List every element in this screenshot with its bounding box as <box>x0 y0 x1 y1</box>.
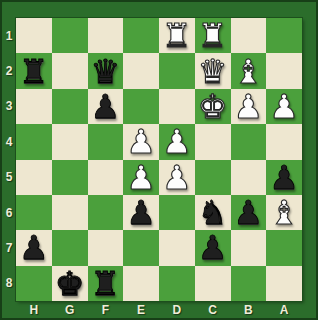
square-g2[interactable] <box>52 53 88 88</box>
square-d3[interactable] <box>159 89 195 124</box>
white-bishop[interactable]: ♝ <box>269 196 299 229</box>
square-d2[interactable] <box>159 53 195 88</box>
square-b6[interactable]: ♟ <box>231 195 267 230</box>
chess-board-frame: 12345678 ♜♜♜♛♛♝♟♚♟♟♟♟♟♟♟♟♞♟♝♟♟♚♜ HGFEDCB… <box>0 0 318 320</box>
square-g1[interactable] <box>52 18 88 53</box>
square-g8[interactable]: ♚ <box>52 266 88 301</box>
square-g5[interactable] <box>52 160 88 195</box>
square-e4[interactable]: ♟ <box>123 124 159 159</box>
black-king[interactable]: ♚ <box>55 267 85 300</box>
square-g3[interactable] <box>52 89 88 124</box>
black-pawn[interactable]: ♟ <box>234 196 264 229</box>
black-pawn[interactable]: ♟ <box>269 161 299 194</box>
black-pawn[interactable]: ♟ <box>126 196 156 229</box>
square-e5[interactable]: ♟ <box>123 160 159 195</box>
square-g7[interactable] <box>52 230 88 265</box>
rank-label-7: 7 <box>2 230 16 265</box>
rank-label-3: 3 <box>2 89 16 124</box>
white-rook[interactable]: ♜ <box>162 19 192 52</box>
square-a1[interactable] <box>266 18 302 53</box>
black-pawn[interactable]: ♟ <box>198 231 228 264</box>
rank-label-1: 1 <box>2 18 16 53</box>
square-e3[interactable] <box>123 89 159 124</box>
white-queen[interactable]: ♛ <box>198 55 228 88</box>
square-c7[interactable]: ♟ <box>195 230 231 265</box>
square-h7[interactable]: ♟ <box>16 230 52 265</box>
white-pawn[interactable]: ♟ <box>269 90 299 123</box>
square-b7[interactable] <box>231 230 267 265</box>
square-f6[interactable] <box>88 195 124 230</box>
square-f5[interactable] <box>88 160 124 195</box>
square-h6[interactable] <box>16 195 52 230</box>
white-rook[interactable]: ♜ <box>198 19 228 52</box>
square-h5[interactable] <box>16 160 52 195</box>
black-pawn[interactable]: ♟ <box>91 90 121 123</box>
file-label-h: H <box>16 301 52 319</box>
square-f7[interactable] <box>88 230 124 265</box>
file-label-d: D <box>159 301 195 319</box>
file-labels: HGFEDCBA <box>16 301 302 319</box>
rank-label-5: 5 <box>2 160 16 195</box>
square-h4[interactable] <box>16 124 52 159</box>
file-label-c: C <box>195 301 231 319</box>
black-rook[interactable]: ♜ <box>19 55 49 88</box>
square-a6[interactable]: ♝ <box>266 195 302 230</box>
square-b3[interactable]: ♟ <box>231 89 267 124</box>
square-c6[interactable]: ♞ <box>195 195 231 230</box>
square-c1[interactable]: ♜ <box>195 18 231 53</box>
square-e6[interactable]: ♟ <box>123 195 159 230</box>
square-g4[interactable] <box>52 124 88 159</box>
square-f8[interactable]: ♜ <box>88 266 124 301</box>
file-label-g: G <box>52 301 88 319</box>
square-c2[interactable]: ♛ <box>195 53 231 88</box>
square-h3[interactable] <box>16 89 52 124</box>
white-pawn[interactable]: ♟ <box>126 161 156 194</box>
square-a8[interactable] <box>266 266 302 301</box>
square-d1[interactable]: ♜ <box>159 18 195 53</box>
square-c3[interactable]: ♚ <box>195 89 231 124</box>
rank-labels: 12345678 <box>2 18 16 301</box>
square-c4[interactable] <box>195 124 231 159</box>
square-d6[interactable] <box>159 195 195 230</box>
square-e1[interactable] <box>123 18 159 53</box>
square-a3[interactable]: ♟ <box>266 89 302 124</box>
white-pawn[interactable]: ♟ <box>162 125 192 158</box>
square-f3[interactable]: ♟ <box>88 89 124 124</box>
square-a5[interactable]: ♟ <box>266 160 302 195</box>
square-h1[interactable] <box>16 18 52 53</box>
square-b4[interactable] <box>231 124 267 159</box>
black-knight[interactable]: ♞ <box>198 196 228 229</box>
white-pawn[interactable]: ♟ <box>162 161 192 194</box>
square-e2[interactable] <box>123 53 159 88</box>
black-pawn[interactable]: ♟ <box>19 231 49 264</box>
square-e8[interactable] <box>123 266 159 301</box>
chess-board: ♜♜♜♛♛♝♟♚♟♟♟♟♟♟♟♟♞♟♝♟♟♚♜ <box>16 18 302 301</box>
square-a7[interactable] <box>266 230 302 265</box>
white-king[interactable]: ♚ <box>198 90 228 123</box>
file-label-b: B <box>231 301 267 319</box>
square-h8[interactable] <box>16 266 52 301</box>
square-b1[interactable] <box>231 18 267 53</box>
square-b2[interactable]: ♝ <box>231 53 267 88</box>
square-f2[interactable]: ♛ <box>88 53 124 88</box>
file-label-f: F <box>88 301 124 319</box>
square-d7[interactable] <box>159 230 195 265</box>
rank-label-2: 2 <box>2 53 16 88</box>
file-label-a: A <box>266 301 302 319</box>
square-c8[interactable] <box>195 266 231 301</box>
square-g6[interactable] <box>52 195 88 230</box>
square-d5[interactable]: ♟ <box>159 160 195 195</box>
white-pawn[interactable]: ♟ <box>234 90 264 123</box>
square-f4[interactable] <box>88 124 124 159</box>
square-e7[interactable] <box>123 230 159 265</box>
white-pawn[interactable]: ♟ <box>126 125 156 158</box>
black-queen[interactable]: ♛ <box>91 55 121 88</box>
square-f1[interactable] <box>88 18 124 53</box>
square-a2[interactable] <box>266 53 302 88</box>
file-label-e: E <box>123 301 159 319</box>
white-bishop[interactable]: ♝ <box>234 55 264 88</box>
rank-label-4: 4 <box>2 124 16 159</box>
square-d4[interactable]: ♟ <box>159 124 195 159</box>
square-d8[interactable] <box>159 266 195 301</box>
black-rook[interactable]: ♜ <box>91 267 121 300</box>
square-b5[interactable] <box>231 160 267 195</box>
square-b8[interactable] <box>231 266 267 301</box>
square-c5[interactable] <box>195 160 231 195</box>
rank-label-6: 6 <box>2 195 16 230</box>
square-h2[interactable]: ♜ <box>16 53 52 88</box>
rank-label-8: 8 <box>2 266 16 301</box>
square-a4[interactable] <box>266 124 302 159</box>
